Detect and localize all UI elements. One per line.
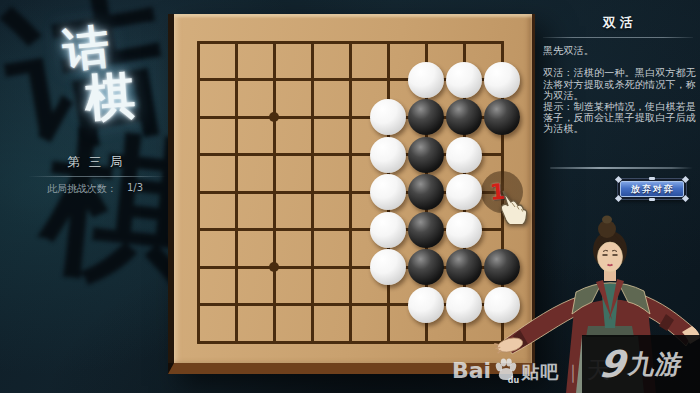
puzzle-description-line: 黑先双活。 [543, 45, 693, 56]
white-stone [446, 137, 482, 173]
white-stone [446, 174, 482, 210]
grid-line-vertical [197, 41, 200, 344]
abandon-game-button-label: 放弃对弈 [620, 181, 684, 197]
puzzle-description-line: 双活：活棋的一种。黑白双方都无 [543, 67, 693, 78]
ninegame-logo-box: 9 九游 [582, 335, 700, 393]
black-stone [408, 174, 444, 210]
attempts-value: 1/3 [127, 182, 143, 196]
tieba-text: 贴吧 [521, 359, 559, 384]
black-stone [446, 99, 482, 135]
white-stone [370, 212, 406, 248]
white-stone [408, 287, 444, 323]
black-stone [408, 137, 444, 173]
left-panel-divider [28, 176, 166, 177]
abandon-game-button[interactable]: 放弃对弈 [618, 179, 686, 199]
puzzle-mode-title-char-2: 棋 [83, 62, 138, 132]
white-stone [408, 62, 444, 98]
panel-bottom-divider [550, 167, 693, 169]
button-edge-ornament [649, 177, 655, 180]
puzzle-description-line: 为双活。 [543, 90, 693, 101]
ninegame-logo-text: 九游 [626, 347, 686, 382]
white-stone [370, 99, 406, 135]
watermark-separator: ｜ [562, 359, 584, 384]
baidu-du-text: du [508, 376, 519, 385]
black-stone [408, 212, 444, 248]
puzzle-description-line: 为活棋。 [543, 123, 693, 134]
attempts-label: 此局挑战次数： [47, 182, 117, 196]
puzzle-description-line: 法将对方提取或杀死的情况下，称 [543, 79, 693, 90]
puzzle-description: 黑先双活。 双活：活棋的一种。黑白双方都无法将对方提取或杀死的情况下，称为双活。… [543, 45, 693, 135]
puzzle-description-line [543, 56, 693, 67]
grid-line-vertical [235, 41, 238, 344]
puzzle-description-line: 落子，反而会让黑子提取白子后成 [543, 112, 693, 123]
baidu-paw-icon: du [494, 358, 518, 384]
grid-line-vertical [311, 41, 314, 344]
attempts-counter: 此局挑战次数： 1/3 [25, 182, 165, 196]
puzzle-info-panel: 双活 黑先双活。 双活：活棋的一种。黑白双方都无法将对方提取或杀死的情况下，称为… [543, 14, 693, 135]
white-stone [370, 174, 406, 210]
button-edge-ornament [649, 198, 655, 201]
button-corner-ornament [682, 195, 689, 202]
black-stone [408, 249, 444, 285]
white-stone [370, 137, 406, 173]
game-screen: 诘 棋 诘 棋 第三局 此局挑战次数： 1/3 1 双活 黑先双活。 双活：活棋… [0, 0, 700, 393]
baidu-text: Bai [452, 358, 491, 384]
puzzle-title: 双活 [543, 14, 693, 32]
ninegame-logo-icon: 9 [597, 346, 627, 383]
black-stone [408, 99, 444, 135]
grid-line-vertical [273, 41, 276, 344]
white-stone [370, 249, 406, 285]
stage-label: 第三局 [25, 154, 165, 171]
puzzle-description-line: 提示：制造某种情况，使白棋若是 [543, 101, 693, 112]
puzzle-title-divider [543, 37, 693, 38]
white-stone [446, 62, 482, 98]
white-stone [484, 62, 520, 98]
grid-line-vertical [349, 41, 352, 344]
grid-line-horizontal [197, 41, 504, 44]
black-stone [484, 99, 520, 135]
